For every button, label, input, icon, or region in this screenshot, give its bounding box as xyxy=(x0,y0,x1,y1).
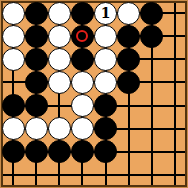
black-stone xyxy=(140,2,163,25)
black-stone xyxy=(25,2,48,25)
white-stone-move-1: 1 xyxy=(94,2,117,25)
black-stone xyxy=(25,94,48,117)
white-stone xyxy=(2,2,25,25)
black-stone xyxy=(94,140,117,163)
black-stone xyxy=(2,94,25,117)
black-stone xyxy=(25,71,48,94)
black-stone xyxy=(2,140,25,163)
black-stone xyxy=(25,48,48,71)
white-stone xyxy=(2,48,25,71)
black-stone xyxy=(94,94,117,117)
black-stone xyxy=(71,2,94,25)
go-board: 1 xyxy=(1,1,187,187)
white-stone xyxy=(48,48,71,71)
white-stone xyxy=(25,117,48,140)
white-stone xyxy=(94,25,117,48)
black-stone xyxy=(94,117,117,140)
black-stone xyxy=(25,140,48,163)
black-stone xyxy=(117,25,140,48)
circle-marker-icon xyxy=(76,30,88,42)
white-stone xyxy=(2,117,25,140)
white-stone xyxy=(48,2,71,25)
grid-line xyxy=(174,3,176,185)
white-stone xyxy=(71,117,94,140)
grid-line xyxy=(3,174,185,176)
white-stone xyxy=(48,25,71,48)
diagram-frame: 1 xyxy=(0,0,188,188)
black-stone xyxy=(25,25,48,48)
black-stone xyxy=(71,48,94,71)
white-stone xyxy=(48,71,71,94)
black-stone-circle-marked xyxy=(71,25,94,48)
white-stone xyxy=(94,48,117,71)
white-stone xyxy=(2,25,25,48)
white-stone xyxy=(48,117,71,140)
white-stone xyxy=(71,71,94,94)
black-stone xyxy=(117,71,140,94)
black-stone xyxy=(140,25,163,48)
black-stone xyxy=(48,140,71,163)
black-stone xyxy=(117,48,140,71)
move-number-label: 1 xyxy=(101,6,111,20)
white-stone xyxy=(71,94,94,117)
black-stone xyxy=(71,140,94,163)
white-stone xyxy=(117,2,140,25)
white-stone xyxy=(94,71,117,94)
